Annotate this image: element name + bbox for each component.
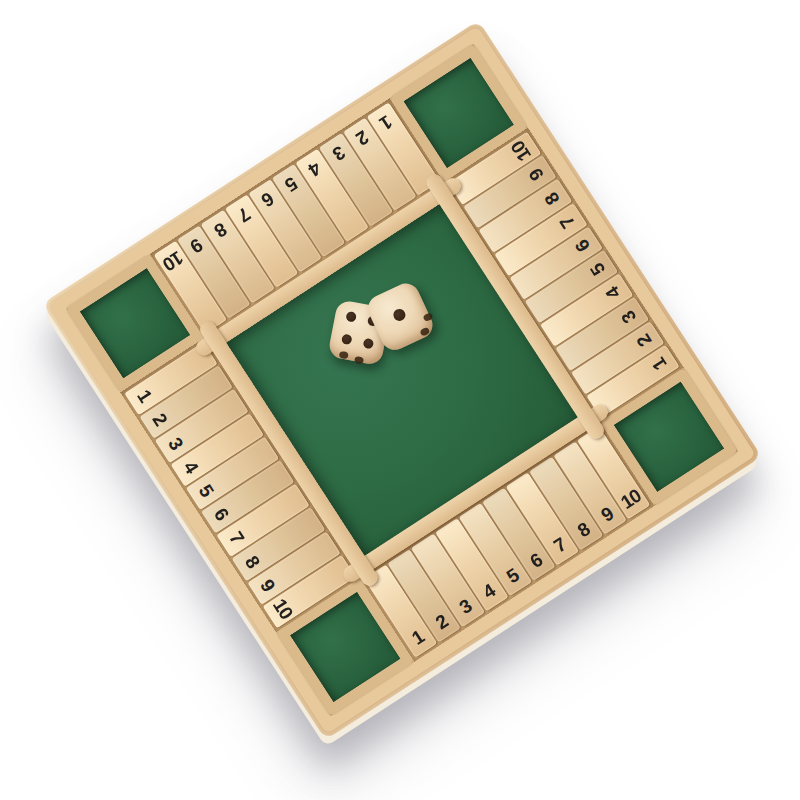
die-pip — [345, 311, 357, 323]
die-pip — [341, 334, 353, 346]
die-side-pip — [339, 351, 349, 360]
die-pip — [363, 338, 375, 350]
die-pip — [391, 307, 407, 323]
shut-the-box-board: 10987654321 10987654321 12345678910 1234… — [42, 20, 761, 739]
